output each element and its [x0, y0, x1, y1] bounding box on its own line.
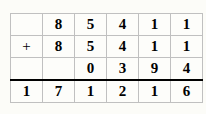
sum-row: 1 7 1 2 1 6: [11, 80, 203, 103]
addend-row-1: 8 5 4 1 1: [11, 14, 203, 36]
grid-cell-r2c0: [11, 58, 43, 81]
grid-cell-r2c3: 3: [107, 58, 139, 81]
grid-cell-r3c3: 2: [107, 80, 139, 103]
grid-cell-r1c3: 4: [107, 36, 139, 58]
grid-cell-r3c5: 6: [171, 80, 203, 103]
grid-cell-r3c1: 7: [43, 80, 75, 103]
grid-cell-r0c5: 1: [171, 14, 203, 36]
grid-cell-r3c2: 1: [75, 80, 107, 103]
grid-cell-r2c4: 9: [139, 58, 171, 81]
addend-row-2: + 8 5 4 1 1: [11, 36, 203, 58]
grid-cell-r0c1: 8: [43, 14, 75, 36]
grid-cell-r1c4: 1: [139, 36, 171, 58]
grid-cell-r0c0: [11, 14, 43, 36]
grid-cell-r1c1: 8: [43, 36, 75, 58]
grid-cell-r0c2: 5: [75, 14, 107, 36]
addend-row-3: 0 3 9 4: [11, 58, 203, 81]
grid-cell-r3c4: 1: [139, 80, 171, 103]
grid-cell-r2c2: 0: [75, 58, 107, 81]
grid-cell-r0c3: 4: [107, 14, 139, 36]
grid-cell-r1c2: 5: [75, 36, 107, 58]
grid-cell-r3c0: 1: [11, 80, 43, 103]
grid-cell-r2c5: 4: [171, 58, 203, 81]
grid-cell-r1c5: 1: [171, 36, 203, 58]
grid-cell-r2c1: [43, 58, 75, 81]
grid-cell-r0c4: 1: [139, 14, 171, 36]
addition-grid: 8 5 4 1 1 + 8 5 4 1 1 0 3 9 4 1 7 1 2 1: [10, 13, 203, 103]
plus-operator: +: [11, 36, 43, 58]
